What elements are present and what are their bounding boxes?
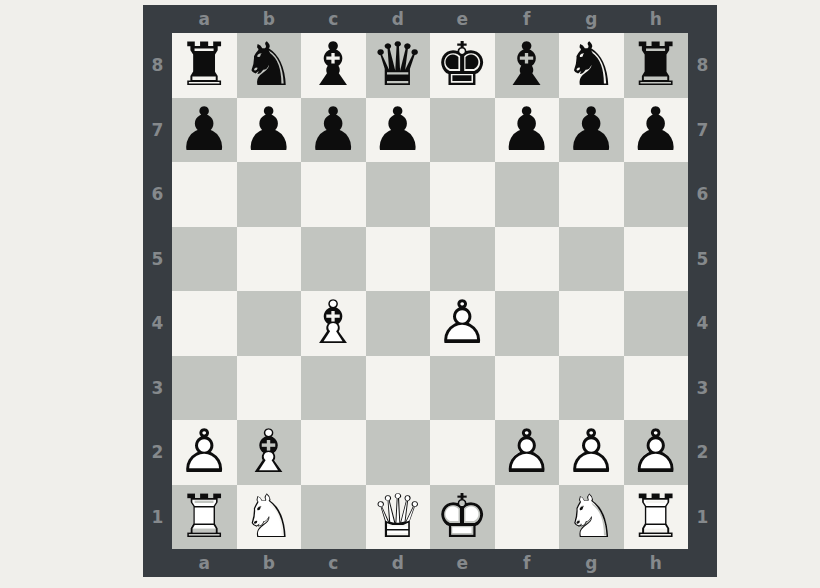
rank-label-7: 7 [143, 98, 172, 163]
rank-labels-right: 87654321 [688, 33, 717, 549]
square-c7[interactable]: ♟ [301, 98, 366, 163]
rook-icon: ♜ [629, 34, 683, 94]
file-label-d: d [366, 5, 431, 33]
file-label-g: g [559, 549, 624, 577]
piece-white-queen-d1[interactable]: ♛♕ [366, 485, 431, 550]
square-f3[interactable] [495, 356, 560, 421]
square-f8[interactable]: ♝ [495, 33, 560, 98]
piece-black-pawn-f7[interactable]: ♟ [495, 98, 560, 163]
square-h7[interactable]: ♟ [624, 98, 689, 163]
piece-white-pawn-e4[interactable]: ♟♙ [430, 291, 495, 356]
knight-icon: ♞ [242, 34, 296, 94]
file-label-c: c [301, 5, 366, 33]
square-d7[interactable]: ♟ [366, 98, 431, 163]
king-icon: ♚ [435, 486, 489, 546]
piece-white-pawn-g2[interactable]: ♟♙ [559, 420, 624, 485]
square-g5[interactable] [559, 227, 624, 292]
square-c4[interactable]: ♝♗ [301, 291, 366, 356]
square-e4[interactable]: ♟♙ [430, 291, 495, 356]
knight-icon: ♘ [564, 486, 618, 546]
square-b2[interactable]: ♝♗ [237, 420, 302, 485]
square-c8[interactable]: ♝ [301, 33, 366, 98]
square-e8[interactable]: ♚ [430, 33, 495, 98]
rank-label-6: 6 [143, 162, 172, 227]
square-b8[interactable]: ♞ [237, 33, 302, 98]
rank-label-3: 3 [688, 356, 717, 421]
page-background: abcdefgh abcdefgh 87654321 87654321 ♜♞♝♛… [0, 0, 820, 588]
piece-white-pawn-f2[interactable]: ♟♙ [495, 420, 560, 485]
square-a7[interactable]: ♟ [172, 98, 237, 163]
square-b3[interactable] [237, 356, 302, 421]
rank-label-4: 4 [688, 291, 717, 356]
square-e3[interactable] [430, 356, 495, 421]
king-icon: ♚ [435, 34, 489, 94]
piece-white-bishop-b2[interactable]: ♝♗ [237, 420, 302, 485]
file-label-b: b [237, 5, 302, 33]
file-label-e: e [430, 549, 495, 577]
square-a8[interactable]: ♜ [172, 33, 237, 98]
square-f6[interactable] [495, 162, 560, 227]
piece-black-pawn-b7[interactable]: ♟ [237, 98, 302, 163]
square-h6[interactable] [624, 162, 689, 227]
pawn-icon: ♟ [242, 99, 296, 159]
piece-white-pawn-h2[interactable]: ♟♙ [624, 420, 689, 485]
piece-black-queen-d8[interactable]: ♛ [366, 33, 431, 98]
piece-black-pawn-c7[interactable]: ♟ [301, 98, 366, 163]
pawn-icon: ♙ [629, 421, 683, 481]
rank-label-2: 2 [688, 420, 717, 485]
square-d5[interactable] [366, 227, 431, 292]
file-label-h: h [624, 549, 689, 577]
piece-white-knight-b1[interactable]: ♞♘ [237, 485, 302, 550]
file-label-g: g [559, 5, 624, 33]
rook-icon: ♜ [629, 486, 683, 546]
square-d8[interactable]: ♛ [366, 33, 431, 98]
square-a1[interactable]: ♜♖ [172, 485, 237, 550]
file-label-a: a [172, 549, 237, 577]
square-a3[interactable] [172, 356, 237, 421]
square-g3[interactable] [559, 356, 624, 421]
bishop-icon: ♝ [500, 34, 554, 94]
square-a6[interactable] [172, 162, 237, 227]
square-h5[interactable] [624, 227, 689, 292]
square-b1[interactable]: ♞♘ [237, 485, 302, 550]
square-g1[interactable]: ♞♘ [559, 485, 624, 550]
chess-board: ♜♞♝♛♚♝♞♜♟♟♟♟♟♟♟♝♗♟♙♟♙♝♗♟♙♟♙♟♙♜♖♞♘♛♕♚♔♞♘♜… [172, 33, 688, 549]
square-b6[interactable] [237, 162, 302, 227]
file-label-a: a [172, 5, 237, 33]
square-c2[interactable] [301, 420, 366, 485]
chess-board-frame: abcdefgh abcdefgh 87654321 87654321 ♜♞♝♛… [143, 5, 717, 577]
square-b7[interactable]: ♟ [237, 98, 302, 163]
square-b4[interactable] [237, 291, 302, 356]
square-f4[interactable] [495, 291, 560, 356]
piece-white-king-e1[interactable]: ♚♔ [430, 485, 495, 550]
square-h1[interactable]: ♜♖ [624, 485, 689, 550]
rank-label-2: 2 [143, 420, 172, 485]
piece-black-bishop-c8[interactable]: ♝ [301, 33, 366, 98]
bishop-icon: ♗ [242, 421, 296, 481]
square-g7[interactable]: ♟ [559, 98, 624, 163]
square-e1[interactable]: ♚♔ [430, 485, 495, 550]
square-f5[interactable] [495, 227, 560, 292]
pawn-icon: ♙ [177, 421, 231, 481]
file-label-h: h [624, 5, 689, 33]
knight-icon: ♘ [242, 486, 296, 546]
file-label-c: c [301, 549, 366, 577]
piece-white-rook-a1[interactable]: ♜♖ [172, 485, 237, 550]
square-e5[interactable] [430, 227, 495, 292]
square-g6[interactable] [559, 162, 624, 227]
pawn-icon: ♙ [564, 421, 618, 481]
square-e7[interactable] [430, 98, 495, 163]
rank-label-6: 6 [688, 162, 717, 227]
pawn-icon: ♙ [435, 292, 489, 352]
rook-icon: ♖ [629, 486, 683, 546]
square-h3[interactable] [624, 356, 689, 421]
bishop-icon: ♝ [306, 292, 360, 352]
square-c1[interactable] [301, 485, 366, 550]
file-label-e: e [430, 5, 495, 33]
knight-icon: ♞ [242, 486, 296, 546]
rank-label-8: 8 [143, 33, 172, 98]
piece-black-knight-b8[interactable]: ♞ [237, 33, 302, 98]
knight-icon: ♞ [564, 486, 618, 546]
square-d4[interactable] [366, 291, 431, 356]
rank-label-5: 5 [143, 227, 172, 292]
square-c5[interactable] [301, 227, 366, 292]
piece-white-knight-g1[interactable]: ♞♘ [559, 485, 624, 550]
pawn-icon: ♟ [629, 421, 683, 481]
rook-icon: ♖ [177, 486, 231, 546]
rook-icon: ♜ [177, 486, 231, 546]
file-labels-top: abcdefgh [172, 5, 688, 33]
file-label-d: d [366, 549, 431, 577]
square-f2[interactable]: ♟♙ [495, 420, 560, 485]
pawn-icon: ♟ [435, 292, 489, 352]
pawn-icon: ♟ [500, 99, 554, 159]
rank-label-1: 1 [143, 485, 172, 550]
pawn-icon: ♟ [564, 99, 618, 159]
piece-black-rook-h8[interactable]: ♜ [624, 33, 689, 98]
piece-black-bishop-f8[interactable]: ♝ [495, 33, 560, 98]
queen-icon: ♛ [371, 486, 425, 546]
bishop-icon: ♗ [306, 292, 360, 352]
pawn-icon: ♟ [371, 99, 425, 159]
square-f1[interactable] [495, 485, 560, 550]
bishop-icon: ♝ [242, 421, 296, 481]
rank-label-1: 1 [688, 485, 717, 550]
square-e2[interactable] [430, 420, 495, 485]
piece-black-rook-a8[interactable]: ♜ [172, 33, 237, 98]
pawn-icon: ♟ [177, 421, 231, 481]
rank-label-7: 7 [688, 98, 717, 163]
bishop-icon: ♝ [306, 34, 360, 94]
file-labels-bottom: abcdefgh [172, 549, 688, 577]
square-f7[interactable]: ♟ [495, 98, 560, 163]
piece-black-pawn-a7[interactable]: ♟ [172, 98, 237, 163]
square-a4[interactable] [172, 291, 237, 356]
piece-black-knight-g8[interactable]: ♞ [559, 33, 624, 98]
square-h4[interactable] [624, 291, 689, 356]
file-label-f: f [495, 549, 560, 577]
piece-white-pawn-a2[interactable]: ♟♙ [172, 420, 237, 485]
square-d1[interactable]: ♛♕ [366, 485, 431, 550]
file-label-b: b [237, 549, 302, 577]
piece-black-pawn-h7[interactable]: ♟ [624, 98, 689, 163]
king-icon: ♔ [435, 486, 489, 546]
square-d3[interactable] [366, 356, 431, 421]
queen-icon: ♕ [371, 486, 425, 546]
queen-icon: ♛ [371, 34, 425, 94]
piece-black-pawn-d7[interactable]: ♟ [366, 98, 431, 163]
pawn-icon: ♟ [564, 421, 618, 481]
pawn-icon: ♟ [306, 99, 360, 159]
square-g2[interactable]: ♟♙ [559, 420, 624, 485]
pawn-icon: ♟ [500, 421, 554, 481]
square-b5[interactable] [237, 227, 302, 292]
square-d2[interactable] [366, 420, 431, 485]
rank-label-8: 8 [688, 33, 717, 98]
piece-black-pawn-g7[interactable]: ♟ [559, 98, 624, 163]
knight-icon: ♞ [564, 34, 618, 94]
pawn-icon: ♟ [177, 99, 231, 159]
piece-white-rook-h1[interactable]: ♜♖ [624, 485, 689, 550]
rook-icon: ♜ [177, 34, 231, 94]
rank-label-3: 3 [143, 356, 172, 421]
square-c6[interactable] [301, 162, 366, 227]
square-h2[interactable]: ♟♙ [624, 420, 689, 485]
square-h8[interactable]: ♜ [624, 33, 689, 98]
square-a2[interactable]: ♟♙ [172, 420, 237, 485]
piece-white-bishop-c4[interactable]: ♝♗ [301, 291, 366, 356]
square-e6[interactable] [430, 162, 495, 227]
square-d6[interactable] [366, 162, 431, 227]
rank-labels-left: 87654321 [143, 33, 172, 549]
rank-label-4: 4 [143, 291, 172, 356]
square-c3[interactable] [301, 356, 366, 421]
pawn-icon: ♟ [629, 99, 683, 159]
square-g8[interactable]: ♞ [559, 33, 624, 98]
rank-label-5: 5 [688, 227, 717, 292]
square-a5[interactable] [172, 227, 237, 292]
square-g4[interactable] [559, 291, 624, 356]
file-label-f: f [495, 5, 560, 33]
pawn-icon: ♙ [500, 421, 554, 481]
piece-black-king-e8[interactable]: ♚ [430, 33, 495, 98]
